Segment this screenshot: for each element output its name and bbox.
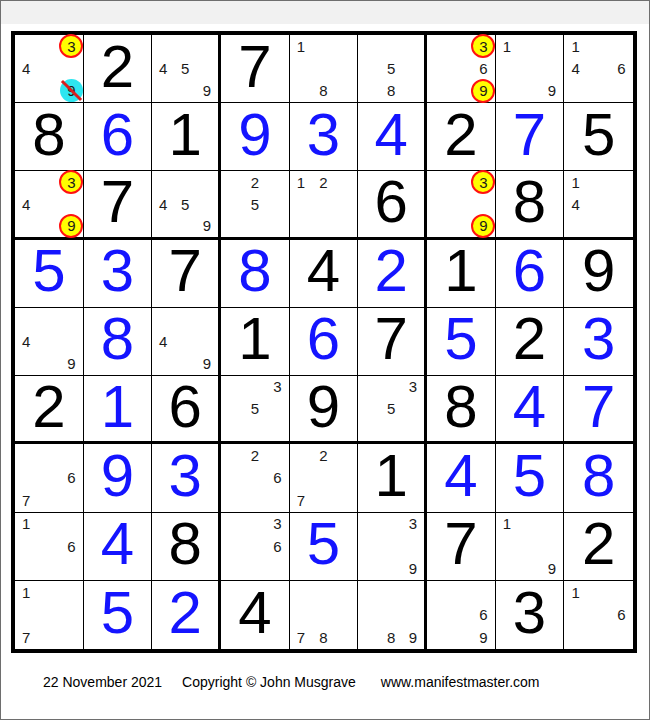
candidate-digit: 8 [319,83,327,98]
cell-r6c5[interactable]: 9 [290,376,359,444]
given-digit: 8 [168,514,201,574]
cell-r6c8[interactable]: 4 [496,376,565,444]
candidate-9: 9 [541,80,564,102]
candidate-digit: 6 [67,470,75,485]
window-titlebar [1,1,649,24]
candidate-4: 4 [15,57,38,79]
candidate-2: 2 [312,171,335,193]
candidate-9: 9 [472,626,495,649]
cell-r6c3[interactable]: 6 [152,376,221,444]
candidate-digit: 9 [67,356,75,371]
cell-r2c4[interactable]: 9 [221,103,290,171]
candidate-digit: 4 [22,334,30,349]
candidate-digit: 9 [409,561,417,576]
candidate-digit: 9 [479,83,487,98]
candidate-9: 9 [472,80,495,102]
cell-r5c3[interactable]: 49 [152,308,221,376]
given-digit: 2 [444,105,477,165]
candidate-digit: 8 [319,630,327,645]
given-digit: 5 [582,105,615,165]
candidate-1: 1 [290,171,313,193]
candidate-digit: 6 [617,61,625,76]
cell-r1c6[interactable]: 58 [358,35,427,103]
candidate-6: 6 [60,535,83,557]
cell-r2c8[interactable]: 7 [496,103,565,171]
candidate-8: 8 [312,80,335,102]
cell-r3c1[interactable]: 439 [15,171,84,239]
candidate-digit: 5 [251,401,259,416]
given-digit: 4 [238,583,271,643]
candidate-digit: 6 [479,607,487,622]
cell-r6c7[interactable]: 8 [427,376,496,444]
footer: 22 November 2021Copyright © John Musgrav… [43,674,540,690]
candidate-digit: 9 [479,630,487,645]
given-digit: 1 [374,446,407,506]
candidate-digit: 9 [548,561,556,576]
cell-r2c3[interactable]: 1 [152,103,221,171]
cell-r7c5[interactable]: 27 [290,444,359,512]
candidate-6: 6 [266,535,289,557]
given-digit: 8 [444,377,477,437]
cell-r7c7[interactable]: 4 [427,444,496,512]
candidate-digit: 3 [409,379,417,394]
entered-digit: 6 [101,105,134,165]
candidate-digit: 9 [203,83,211,98]
candidate-digit: 4 [572,197,580,212]
footer-copyright: Copyright © John Musgrave [182,674,356,690]
candidate-6: 6 [610,57,633,79]
candidate-digit: 9 [548,83,556,98]
candidate-digit: 2 [251,448,259,463]
cell-r5c6[interactable]: 7 [358,308,427,376]
candidate-4: 4 [564,57,587,79]
candidate-5: 5 [174,57,196,79]
given-digit: 3 [513,583,546,643]
cell-r8c1[interactable]: 16 [15,513,84,581]
entered-digit: 2 [168,583,201,643]
cell-r1c7[interactable]: 369 [427,35,496,103]
candidate-digit: 9 [203,356,211,371]
given-digit: 8 [32,105,65,165]
candidate-7: 7 [290,489,313,511]
given-digit: 1 [238,309,271,369]
candidate-digit: 1 [572,39,580,54]
given-digit: 6 [374,172,407,232]
entered-digit: 4 [513,377,546,437]
entered-digit: 3 [101,241,134,301]
candidate-digit: 5 [387,401,395,416]
entered-digit: 5 [307,514,340,574]
candidate-9: 9 [196,353,218,375]
cell-r9c8[interactable]: 3 [496,581,565,649]
cell-r6c1[interactable]: 2 [15,376,84,444]
entered-digit: 7 [513,105,546,165]
entered-digit: 6 [513,241,546,301]
cell-r5c5[interactable]: 6 [290,308,359,376]
candidate-1: 1 [496,513,519,535]
candidate-4: 4 [152,330,174,352]
cell-r3c2[interactable]: 7 [84,171,153,239]
cell-r1c9[interactable]: 146 [564,35,633,103]
entered-digit: 8 [582,446,615,506]
candidate-6: 6 [60,467,83,489]
candidate-5: 5 [380,398,402,420]
candidate-digit: 1 [22,585,30,600]
candidate-digit: 4 [159,61,167,76]
candidate-9: 9 [541,557,564,579]
candidate-digit: 4 [22,197,30,212]
candidate-digit: 8 [387,630,395,645]
cell-r3c3[interactable]: 459 [152,171,221,239]
candidate-1: 1 [496,35,519,57]
cell-r2c5[interactable]: 3 [290,103,359,171]
cell-r8c6[interactable]: 39 [358,513,427,581]
candidate-digit: 1 [503,516,511,531]
candidate-digit: 5 [387,61,395,76]
candidate-5: 5 [244,193,267,215]
candidate-5: 5 [174,193,196,215]
candidate-4: 4 [152,193,174,215]
candidate-7: 7 [15,626,38,649]
cell-r6c6[interactable]: 35 [358,376,427,444]
cell-r7c1[interactable]: 67 [15,444,84,512]
candidate-6: 6 [266,467,289,489]
cell-r5c1[interactable]: 49 [15,308,84,376]
candidate-digit: 6 [273,470,281,485]
given-digit: 6 [168,377,201,437]
cell-r3c6[interactable]: 6 [358,171,427,239]
cell-r2c9[interactable]: 5 [564,103,633,171]
cell-r7c4[interactable]: 26 [221,444,290,512]
candidate-digit: 4 [159,197,167,212]
candidate-9: 9 [60,353,83,375]
given-digit: 1 [444,241,477,301]
given-digit: 7 [168,241,201,301]
candidate-8: 8 [312,626,335,649]
candidate-digit: 6 [273,539,281,554]
candidate-digit: 7 [297,630,305,645]
cell-r8c8[interactable]: 19 [496,513,565,581]
footer-website: www.manifestmaster.com [381,674,540,690]
candidate-1: 1 [564,581,587,604]
candidate-4: 4 [15,193,38,215]
candidate-9: 9 [402,557,424,579]
cell-r1c5[interactable]: 18 [290,35,359,103]
entered-digit: 4 [374,105,407,165]
cell-r4c6[interactable]: 2 [358,240,427,308]
cell-r3c8[interactable]: 8 [496,171,565,239]
cell-r2c1[interactable]: 8 [15,103,84,171]
candidate-3: 3 [472,171,495,193]
candidate-4: 4 [15,330,38,352]
candidate-digit: 6 [617,607,625,622]
cell-r8c7[interactable]: 7 [427,513,496,581]
candidate-digit: 3 [67,39,75,54]
candidate-8: 8 [380,80,402,102]
candidate-3: 3 [266,513,289,535]
candidate-2: 2 [244,171,267,193]
candidate-5: 5 [244,398,267,420]
candidate-digit: 2 [251,175,259,190]
cell-r7c3[interactable]: 3 [152,444,221,512]
candidate-digit: 5 [181,197,189,212]
cell-r9c7[interactable]: 69 [427,581,496,649]
candidate-3: 3 [60,171,83,193]
candidate-digit: 3 [409,516,417,531]
cell-r9c1[interactable]: 17 [15,581,84,649]
cell-r5c4[interactable]: 1 [221,308,290,376]
candidate-1: 1 [564,35,587,57]
candidate-3: 3 [472,35,495,57]
entered-digit: 2 [374,241,407,301]
cell-r7c9[interactable]: 8 [564,444,633,512]
candidate-4: 4 [564,193,587,215]
candidate-digit: 3 [479,175,487,190]
cell-r4c1[interactable]: 5 [15,240,84,308]
candidate-digit: 1 [297,175,305,190]
entered-digit: 6 [307,309,340,369]
candidate-digit: 9 [409,630,417,645]
cell-r9c6[interactable]: 89 [358,581,427,649]
cell-r4c9[interactable]: 9 [564,240,633,308]
cell-r5c2[interactable]: 8 [84,308,153,376]
candidate-digit: 5 [251,197,259,212]
footer-date: 22 November 2021 [43,674,162,690]
entered-digit: 4 [444,446,477,506]
cell-r9c4[interactable]: 4 [221,581,290,649]
cell-r1c8[interactable]: 19 [496,35,565,103]
given-digit: 4 [307,241,340,301]
given-digit: 7 [101,172,134,232]
cell-r4c3[interactable]: 7 [152,240,221,308]
entered-digit: 8 [238,241,271,301]
sudoku-board: 4392459718583691914686193427543974592512… [11,31,637,653]
given-digit: 2 [582,514,615,574]
candidate-6: 6 [472,57,495,79]
candidate-digit: 4 [572,61,580,76]
candidate-7: 7 [15,489,38,511]
candidate-digit: 9 [67,218,75,233]
candidate-1: 1 [15,581,38,604]
candidate-3: 3 [60,35,83,57]
candidate-5: 5 [380,57,402,79]
entered-digit: 3 [168,446,201,506]
cell-r1c1[interactable]: 439 [15,35,84,103]
candidate-3: 3 [402,376,424,398]
candidate-digit: 7 [22,630,30,645]
given-digit: 7 [444,514,477,574]
candidate-9: 9 [196,215,218,237]
candidate-1: 1 [15,513,38,535]
given-digit: 9 [307,377,340,437]
given-digit: 8 [513,172,546,232]
candidate-digit: 1 [572,175,580,190]
given-digit: 7 [238,37,271,97]
cell-r4c7[interactable]: 1 [427,240,496,308]
entered-digit: 1 [101,377,134,437]
cell-r4c5[interactable]: 4 [290,240,359,308]
candidate-digit: 1 [297,39,305,54]
candidate-digit: 8 [387,83,395,98]
cell-r5c7[interactable]: 5 [427,308,496,376]
candidate-digit: 3 [67,175,75,190]
candidate-9: 9 [402,626,424,649]
candidate-8: 8 [380,626,402,649]
candidate-digit: 3 [479,39,487,54]
given-digit: 7 [374,309,407,369]
cell-r9c5[interactable]: 78 [290,581,359,649]
cell-r3c9[interactable]: 14 [564,171,633,239]
candidate-digit: 1 [503,39,511,54]
given-digit: 2 [101,37,134,97]
cell-r3c4[interactable]: 25 [221,171,290,239]
cell-r7c6[interactable]: 1 [358,444,427,512]
candidate-digit: 9 [203,218,211,233]
cell-r6c2[interactable]: 1 [84,376,153,444]
candidate-3: 3 [266,376,289,398]
entered-digit: 7 [582,377,615,437]
candidate-digit: 3 [273,379,281,394]
candidate-digit: 7 [22,493,30,508]
cell-r3c5[interactable]: 12 [290,171,359,239]
candidate-9: 9 [196,80,218,102]
candidate-digit: 9 [479,218,487,233]
cell-r8c3[interactable]: 8 [152,513,221,581]
entered-digit: 5 [444,309,477,369]
given-digit: 9 [582,241,615,301]
entered-digit: 3 [582,309,615,369]
entered-digit: 5 [513,446,546,506]
cell-r4c4[interactable]: 8 [221,240,290,308]
cell-r8c4[interactable]: 36 [221,513,290,581]
cell-r4c2[interactable]: 3 [84,240,153,308]
cell-r2c2[interactable]: 6 [84,103,153,171]
cell-r5c9[interactable]: 3 [564,308,633,376]
cell-r1c4[interactable]: 7 [221,35,290,103]
candidate-2: 2 [312,444,335,466]
candidate-digit: 4 [159,334,167,349]
entered-digit: 9 [238,105,271,165]
entered-digit: 8 [101,309,134,369]
entered-digit: 4 [101,514,134,574]
given-digit: 2 [513,309,546,369]
entered-digit: 3 [307,105,340,165]
candidate-digit: 1 [22,516,30,531]
candidate-4: 4 [152,57,174,79]
cell-r7c2[interactable]: 9 [84,444,153,512]
candidate-6: 6 [610,604,633,627]
candidate-7: 7 [290,626,313,649]
cell-r2c6[interactable]: 4 [358,103,427,171]
cell-r6c9[interactable]: 7 [564,376,633,444]
cell-r7c8[interactable]: 5 [496,444,565,512]
candidate-digit: 5 [181,61,189,76]
cell-r8c2[interactable]: 4 [84,513,153,581]
cell-r2c7[interactable]: 2 [427,103,496,171]
candidate-9: 9 [60,80,83,102]
candidate-9: 9 [472,215,495,237]
candidate-1: 1 [564,171,587,193]
candidate-9: 9 [60,215,83,237]
candidate-digit: 3 [273,516,281,531]
candidate-digit: 2 [319,175,327,190]
candidate-digit: 6 [479,61,487,76]
candidate-digit: 7 [297,493,305,508]
candidate-1: 1 [290,35,313,57]
candidate-digit: 6 [67,539,75,554]
candidate-digit: 1 [572,585,580,600]
candidate-3: 3 [402,513,424,535]
candidate-2: 2 [244,444,267,466]
entered-digit: 9 [101,446,134,506]
cell-r9c3[interactable]: 2 [152,581,221,649]
entered-digit: 5 [32,241,65,301]
cell-r9c9[interactable]: 16 [564,581,633,649]
candidate-digit: 2 [319,448,327,463]
application-window: 4392459718583691914686193427543974592512… [0,0,650,720]
given-digit: 1 [168,105,201,165]
cell-r5c8[interactable]: 2 [496,308,565,376]
cell-r6c4[interactable]: 35 [221,376,290,444]
cell-r3c7[interactable]: 39 [427,171,496,239]
cell-r1c3[interactable]: 459 [152,35,221,103]
entered-digit: 5 [101,583,134,643]
cell-r9c2[interactable]: 5 [84,581,153,649]
given-digit: 2 [32,377,65,437]
candidate-6: 6 [472,604,495,627]
cell-r8c5[interactable]: 5 [290,513,359,581]
cell-r8c9[interactable]: 2 [564,513,633,581]
cell-r4c8[interactable]: 6 [496,240,565,308]
cell-r1c2[interactable]: 2 [84,35,153,103]
candidate-digit: 4 [22,61,30,76]
